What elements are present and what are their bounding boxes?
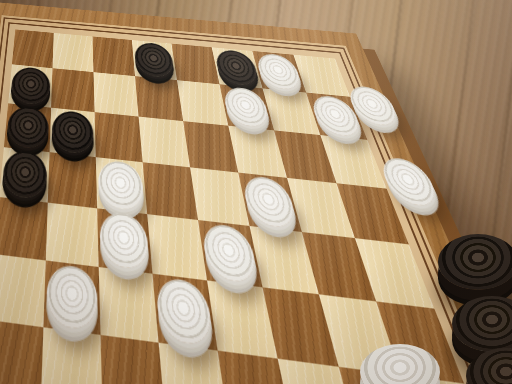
square-b7[interactable] (41, 327, 103, 384)
square-a7[interactable] (0, 320, 43, 384)
perspective-viewport (0, 0, 512, 384)
board-plane (0, 0, 512, 384)
square-b2[interactable] (51, 68, 94, 112)
square-d2[interactable] (135, 76, 183, 121)
square-c1[interactable] (93, 36, 135, 76)
square-c2[interactable] (93, 72, 138, 116)
square-a5[interactable] (0, 197, 48, 260)
square-d3[interactable] (139, 117, 191, 168)
square-c7[interactable] (101, 335, 166, 384)
square-b4[interactable] (48, 152, 97, 208)
square-b5[interactable] (46, 203, 99, 267)
black-piece-table-1[interactable] (438, 234, 512, 290)
checkers-scene (0, 0, 512, 384)
square-a6[interactable] (0, 254, 46, 327)
square-b1[interactable] (52, 33, 93, 72)
square-c3[interactable] (95, 112, 143, 162)
square-a1[interactable] (12, 29, 54, 68)
square-c6[interactable] (99, 267, 159, 343)
